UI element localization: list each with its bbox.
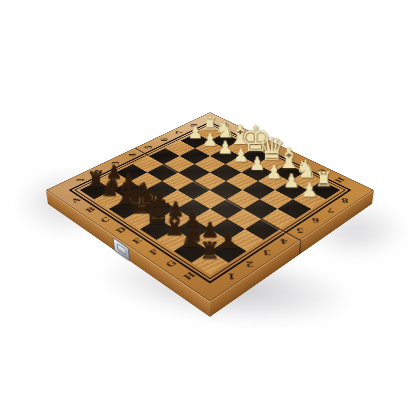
square-h5[interactable] <box>262 209 296 229</box>
coord-label-2: 2 <box>241 256 259 273</box>
coord-label-1: 1 <box>223 268 241 286</box>
piece-light-pawn-h7[interactable]: ♟ <box>287 152 332 199</box>
coord-label-7: 7 <box>169 129 190 136</box>
light-pawn-glyph: ♟ <box>301 180 318 199</box>
coord-label-6: 6 <box>153 136 174 143</box>
clasp-plate <box>117 243 126 256</box>
chess-board: ABCDEFGH ABCDEFGH 87654321 87654321 ♜♞♝♚… <box>46 112 374 302</box>
piece-dark-rook-h1[interactable]: ♜ <box>185 210 235 263</box>
dark-rook-glyph: ♜ <box>199 239 220 263</box>
coord-label-8: 8 <box>184 122 204 128</box>
photo-scene: ABCDEFGH ABCDEFGH 87654321 87654321 ♜♞♝♚… <box>0 0 420 420</box>
coord-label-3: 3 <box>258 245 276 261</box>
square-h6[interactable] <box>277 199 311 219</box>
box-halves-seam <box>299 239 302 255</box>
